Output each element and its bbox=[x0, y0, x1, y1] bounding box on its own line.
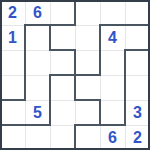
cell-r6c3[interactable] bbox=[50, 125, 75, 150]
cell-r1c1[interactable]: 2 bbox=[0, 0, 25, 25]
cell-r3c2[interactable] bbox=[25, 50, 50, 75]
cell-r3c4[interactable] bbox=[75, 50, 100, 75]
cell-r3c3[interactable] bbox=[50, 50, 75, 75]
cell-r5c4[interactable] bbox=[75, 100, 100, 125]
cell-r5c5[interactable] bbox=[100, 100, 125, 125]
cell-r3c5[interactable] bbox=[100, 50, 125, 75]
cell-r2c3[interactable] bbox=[50, 25, 75, 50]
cell-r6c4[interactable] bbox=[75, 125, 100, 150]
given-digit: 3 bbox=[133, 105, 142, 121]
cell-r1c6[interactable] bbox=[125, 0, 150, 25]
cell-r4c6[interactable] bbox=[125, 75, 150, 100]
cell-r1c5[interactable] bbox=[100, 0, 125, 25]
cell-r6c6[interactable]: 2 bbox=[125, 125, 150, 150]
cell-r5c3[interactable] bbox=[50, 100, 75, 125]
cell-r1c2[interactable]: 6 bbox=[25, 0, 50, 25]
given-digit: 6 bbox=[33, 5, 42, 21]
cell-r3c1[interactable] bbox=[0, 50, 25, 75]
cell-r5c1[interactable] bbox=[0, 100, 25, 125]
cell-r4c4[interactable] bbox=[75, 75, 100, 100]
cell-r6c5[interactable]: 6 bbox=[100, 125, 125, 150]
cell-r4c2[interactable] bbox=[25, 75, 50, 100]
cell-r2c5[interactable]: 4 bbox=[100, 25, 125, 50]
given-digit: 2 bbox=[8, 5, 17, 21]
cell-r4c5[interactable] bbox=[100, 75, 125, 100]
cell-r2c1[interactable]: 1 bbox=[0, 25, 25, 50]
cell-r2c2[interactable] bbox=[25, 25, 50, 50]
cell-r6c1[interactable] bbox=[0, 125, 25, 150]
cell-r5c2[interactable]: 5 bbox=[25, 100, 50, 125]
given-digit: 5 bbox=[33, 105, 42, 121]
cell-r5c6[interactable]: 3 bbox=[125, 100, 150, 125]
cell-r4c1[interactable] bbox=[0, 75, 25, 100]
cell-r4c3[interactable] bbox=[50, 75, 75, 100]
given-digit: 6 bbox=[108, 130, 117, 146]
cell-r2c6[interactable] bbox=[125, 25, 150, 50]
jigsaw-sudoku-board: 26145362 bbox=[0, 0, 150, 150]
cell-r6c2[interactable] bbox=[25, 125, 50, 150]
cell-r2c4[interactable] bbox=[75, 25, 100, 50]
cell-r3c6[interactable] bbox=[125, 50, 150, 75]
sudoku-grid: 26145362 bbox=[0, 0, 150, 150]
given-digit: 4 bbox=[108, 30, 117, 46]
cell-r1c4[interactable] bbox=[75, 0, 100, 25]
cell-r1c3[interactable] bbox=[50, 0, 75, 25]
given-digit: 1 bbox=[8, 30, 17, 46]
given-digit: 2 bbox=[133, 130, 142, 146]
